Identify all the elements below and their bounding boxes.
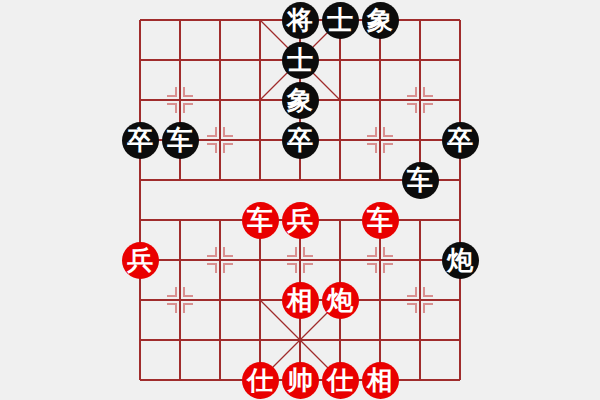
piece-black-elephant-1[interactable]: 象 — [362, 2, 399, 39]
piece-red-cannon[interactable]: 炮 — [322, 282, 359, 319]
piece-red-elephant-1[interactable]: 相 — [282, 282, 319, 319]
piece-red-elephant-2[interactable]: 相 — [362, 362, 399, 399]
piece-black-cannon[interactable]: 炮 — [442, 242, 479, 279]
piece-black-chariot-2[interactable]: 车 — [402, 162, 439, 199]
piece-black-pawn-2[interactable]: 卒 — [282, 122, 319, 159]
piece-red-general[interactable]: 帅 — [282, 362, 319, 399]
piece-black-advisor-2[interactable]: 士 — [282, 42, 319, 79]
xiangqi-board[interactable]: 将士象士象卒车卒卒车车兵车兵炮相炮仕帅仕相 — [120, 0, 480, 400]
piece-red-chariot-2[interactable]: 车 — [362, 202, 399, 239]
piece-red-pawn-1[interactable]: 兵 — [282, 202, 319, 239]
piece-black-pawn-1[interactable]: 卒 — [122, 122, 159, 159]
piece-black-advisor-1[interactable]: 士 — [322, 2, 359, 39]
piece-black-elephant-2[interactable]: 象 — [282, 82, 319, 119]
piece-red-advisor-1[interactable]: 仕 — [242, 362, 279, 399]
piece-red-pawn-2[interactable]: 兵 — [122, 242, 159, 279]
piece-red-advisor-2[interactable]: 仕 — [322, 362, 359, 399]
piece-black-general[interactable]: 将 — [282, 2, 319, 39]
piece-black-chariot-1[interactable]: 车 — [162, 122, 199, 159]
piece-red-chariot-1[interactable]: 车 — [242, 202, 279, 239]
xiangqi-app: 将士象士象卒车卒卒车车兵车兵炮相炮仕帅仕相 — [0, 0, 600, 400]
piece-black-pawn-3[interactable]: 卒 — [442, 122, 479, 159]
